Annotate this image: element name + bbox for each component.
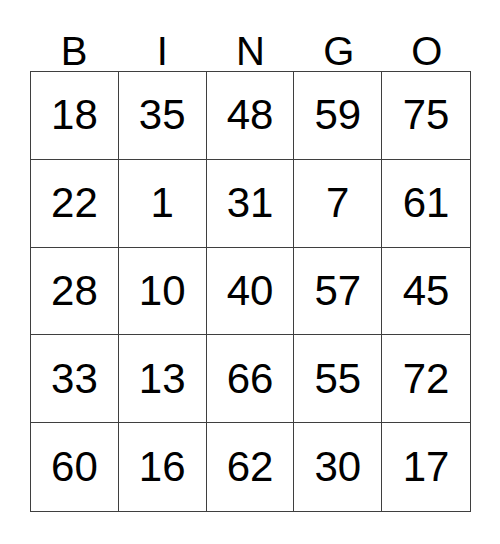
cell-r1c2: 35: [119, 72, 207, 160]
cell-r4c3: 66: [207, 335, 295, 423]
bingo-header: B I N G O: [30, 0, 471, 71]
cell-r4c4: 55: [294, 335, 382, 423]
cell-r5c5: 17: [382, 423, 470, 511]
header-letter-i: I: [157, 31, 168, 71]
cell-r5c4: 30: [294, 423, 382, 511]
cell-r1c4: 59: [294, 72, 382, 160]
cell-r2c5: 61: [382, 160, 470, 248]
cell-r1c5: 75: [382, 72, 470, 160]
cell-r4c2: 13: [119, 335, 207, 423]
cell-r5c1: 60: [31, 423, 119, 511]
cell-r2c2: 1: [119, 160, 207, 248]
header-letter-b: B: [61, 31, 88, 71]
cell-r3c3: 40: [207, 248, 295, 336]
cell-r4c5: 72: [382, 335, 470, 423]
cell-r1c3: 48: [207, 72, 295, 160]
bingo-grid: 18 35 48 59 75 22 1 31 7 61 28 10 40 57 …: [30, 71, 471, 512]
cell-r3c2: 10: [119, 248, 207, 336]
cell-r5c3: 62: [207, 423, 295, 511]
cell-r3c4: 57: [294, 248, 382, 336]
cell-r5c2: 16: [119, 423, 207, 511]
bingo-card: B I N G O 18 35 48 59 75 22 1 31 7 61 28…: [0, 0, 500, 544]
cell-r3c1: 28: [31, 248, 119, 336]
cell-r1c1: 18: [31, 72, 119, 160]
cell-r3c5: 45: [382, 248, 470, 336]
cell-r4c1: 33: [31, 335, 119, 423]
cell-r2c1: 22: [31, 160, 119, 248]
header-letter-n: N: [236, 31, 265, 71]
cell-r2c3: 31: [207, 160, 295, 248]
header-letter-g: G: [323, 31, 354, 71]
cell-r2c4: 7: [294, 160, 382, 248]
header-letter-o: O: [411, 31, 442, 71]
